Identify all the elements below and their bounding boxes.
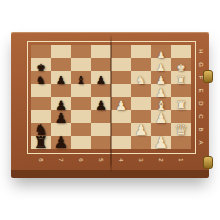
- rank-label: 7: [53, 150, 69, 170]
- rank-labels-bottom: 87654321: [31, 152, 191, 168]
- square-h8[interactable]: [31, 45, 51, 58]
- piece-white-king-g1[interactable]: ♚: [177, 63, 186, 73]
- square-c6[interactable]: [71, 110, 91, 123]
- square-h2[interactable]: ♟: [151, 45, 171, 58]
- piece-black-pawn-f7[interactable]: ♟: [56, 75, 66, 86]
- file-labels-right: HGFEDCBA: [194, 45, 208, 149]
- square-e2[interactable]: ♟: [151, 84, 171, 97]
- rank-label: 2: [153, 150, 169, 170]
- piece-black-pawn-f5[interactable]: ♟: [96, 75, 106, 86]
- square-b6[interactable]: [71, 123, 91, 136]
- square-d6[interactable]: [71, 97, 91, 110]
- piece-white-pawn-a2[interactable]: ♟: [154, 135, 168, 151]
- square-b5[interactable]: [91, 123, 111, 136]
- square-h3[interactable]: [131, 45, 151, 58]
- square-b4[interactable]: [111, 123, 131, 136]
- square-h1[interactable]: [171, 45, 191, 58]
- file-label: D: [195, 97, 208, 111]
- square-b1[interactable]: ♛: [171, 123, 191, 136]
- piece-white-pawn-g2[interactable]: ♟: [157, 63, 166, 73]
- square-d7[interactable]: ♟: [51, 97, 71, 110]
- piece-white-pawn-f2[interactable]: ♟: [156, 75, 166, 86]
- square-g1[interactable]: ♚: [171, 58, 191, 71]
- file-label: A: [195, 136, 208, 150]
- piece-white-rook-d1[interactable]: ♜: [175, 99, 187, 112]
- square-c7[interactable]: ♟: [51, 110, 71, 123]
- square-c2[interactable]: ♟: [151, 110, 171, 123]
- piece-black-pawn-a7[interactable]: ♟: [54, 135, 68, 151]
- square-h7[interactable]: [51, 45, 71, 58]
- rank-label: 1: [173, 150, 189, 170]
- chess-board: ♟♚♟♚♞♟♝♟♞♟♜♟♟♟♟♝♜♟♟♞♟♛♜♟♟ 87654321 HGFED…: [11, 32, 209, 178]
- square-g5[interactable]: [91, 58, 111, 71]
- piece-black-rook-a8[interactable]: ♜: [34, 135, 48, 151]
- square-a4[interactable]: [111, 136, 131, 149]
- rank-label: 4: [113, 150, 129, 170]
- square-g8[interactable]: ♚: [31, 58, 51, 71]
- rank-label: 8: [33, 150, 49, 170]
- rank-label: 5: [93, 150, 109, 170]
- square-h5[interactable]: [91, 45, 111, 58]
- square-d1[interactable]: ♜: [171, 97, 191, 110]
- square-d5[interactable]: ♟: [91, 97, 111, 110]
- square-f5[interactable]: ♟: [91, 71, 111, 84]
- rank-label: 3: [133, 150, 149, 170]
- piece-white-queen-b1[interactable]: ♛: [174, 123, 187, 138]
- piece-black-knight-f8[interactable]: ♞: [36, 75, 46, 86]
- square-a7[interactable]: ♟: [51, 136, 71, 149]
- square-a2[interactable]: ♟: [151, 136, 171, 149]
- square-g7[interactable]: [51, 58, 71, 71]
- file-label: C: [195, 110, 208, 124]
- square-d2[interactable]: ♝: [151, 97, 171, 110]
- square-e4[interactable]: [111, 84, 131, 97]
- piece-white-pawn-c2[interactable]: ♟: [155, 111, 168, 125]
- square-g6[interactable]: [71, 58, 91, 71]
- square-h6[interactable]: [71, 45, 91, 58]
- square-a8[interactable]: ♜: [31, 136, 51, 149]
- piece-black-pawn-c7[interactable]: ♟: [55, 111, 68, 125]
- piece-white-pawn-h2[interactable]: ♟: [157, 51, 165, 60]
- rank-label: 6: [73, 150, 89, 170]
- square-f6[interactable]: ♝: [71, 71, 91, 84]
- square-d3[interactable]: [131, 97, 151, 110]
- square-f4[interactable]: [111, 71, 131, 84]
- square-f3[interactable]: ♞: [131, 71, 151, 84]
- square-d4[interactable]: ♟: [111, 97, 131, 110]
- square-g3[interactable]: [131, 58, 151, 71]
- square-f7[interactable]: ♟: [51, 71, 71, 84]
- square-b3[interactable]: ♟: [131, 123, 151, 136]
- piece-white-pawn-b3[interactable]: ♟: [134, 123, 147, 138]
- brass-clasp-icon: [203, 70, 213, 83]
- square-h4[interactable]: [111, 45, 131, 58]
- square-g4[interactable]: [111, 58, 131, 71]
- piece-white-pawn-d4[interactable]: ♟: [115, 99, 127, 112]
- square-a5[interactable]: [91, 136, 111, 149]
- square-a6[interactable]: [71, 136, 91, 149]
- piece-black-king-g8[interactable]: ♚: [37, 63, 46, 73]
- piece-black-pawn-d5[interactable]: ♟: [95, 99, 107, 112]
- square-d8[interactable]: [31, 97, 51, 110]
- chess-set-photo: ♟♚♟♚♞♟♝♟♞♟♜♟♟♟♟♝♜♟♟♞♟♛♜♟♟ 87654321 HGFED…: [0, 0, 220, 220]
- file-label: B: [195, 123, 208, 137]
- file-label: E: [195, 84, 208, 98]
- piece-black-bishop-f6[interactable]: ♝: [76, 75, 86, 86]
- file-label: H: [195, 45, 208, 59]
- brass-clasp-icon: [203, 156, 213, 169]
- piece-white-knight-f3[interactable]: ♞: [136, 75, 146, 86]
- piece-white-rook-f1[interactable]: ♜: [176, 75, 186, 86]
